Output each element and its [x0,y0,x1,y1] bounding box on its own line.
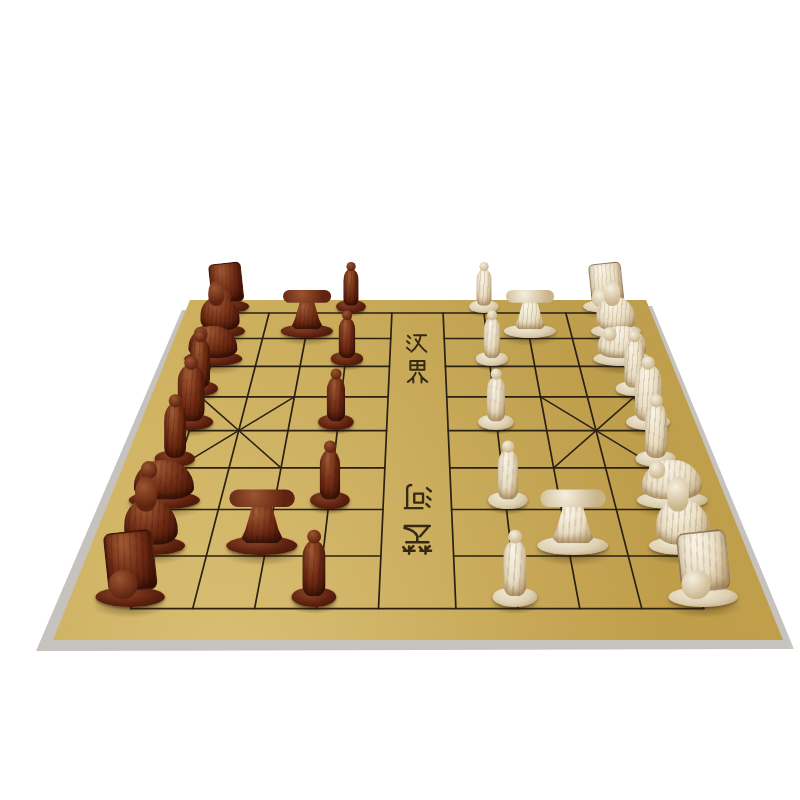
piece-dark-soldier[interactable] [333,308,362,366]
piece-ivory-soldier[interactable] [490,437,526,508]
piece-top [487,310,497,320]
piece-top [346,261,355,270]
piece-ivory-cannon[interactable] [541,488,605,555]
piece-body [339,318,356,358]
piece-top [506,290,554,302]
piece-top [307,530,321,544]
piece-body [484,318,501,358]
piece-top [667,477,689,511]
piece-body [302,541,325,597]
piece-top [229,490,294,507]
piece-ivory-soldier[interactable] [480,366,512,430]
piece-dark-cannon[interactable] [230,488,294,555]
piece-body [319,450,340,499]
piece-body [241,506,282,543]
piece-body [503,541,526,597]
piece-ivory-soldier[interactable] [478,308,507,366]
piece-top [108,570,138,600]
piece-dark-soldier[interactable] [312,437,348,508]
piece-dark-soldier[interactable] [320,366,352,430]
piece-body [476,269,491,306]
piece-top [331,368,342,379]
photo-canvas: 汉界 [0,0,800,800]
piece-dark-soldier[interactable] [338,259,365,312]
piece-top [208,281,224,306]
piece-body [291,302,321,329]
piece-top [540,490,605,507]
piece-top [324,440,336,452]
piece-top [135,477,157,511]
piece-ivory-cannon[interactable] [506,289,553,338]
piece-top [283,290,331,302]
piece-top [169,394,181,406]
piece-top [641,356,654,369]
piece-body [514,302,544,329]
piece-top [602,327,616,341]
piece-top [491,368,502,379]
piece-top [508,530,522,544]
piece-ivory-soldier[interactable] [471,259,498,312]
piece-top [184,356,197,369]
piece-body [343,269,358,306]
piece-dark-soldier[interactable] [293,527,333,607]
piece-ivory-soldier[interactable] [495,527,535,607]
piece-dark-chariot[interactable] [99,521,161,608]
pieces-layer [0,0,800,800]
piece-top [502,440,514,452]
piece-body [327,377,346,421]
piece-body [552,506,593,543]
piece-top [342,310,352,320]
piece-top [194,331,205,342]
piece-top [604,281,620,306]
piece-body [487,377,506,421]
piece-body [497,450,518,499]
piece-top [629,331,640,342]
piece-dark-cannon[interactable] [283,289,330,338]
piece-top [650,394,662,406]
piece-ivory-chariot[interactable] [672,521,734,608]
piece-top [479,261,488,270]
